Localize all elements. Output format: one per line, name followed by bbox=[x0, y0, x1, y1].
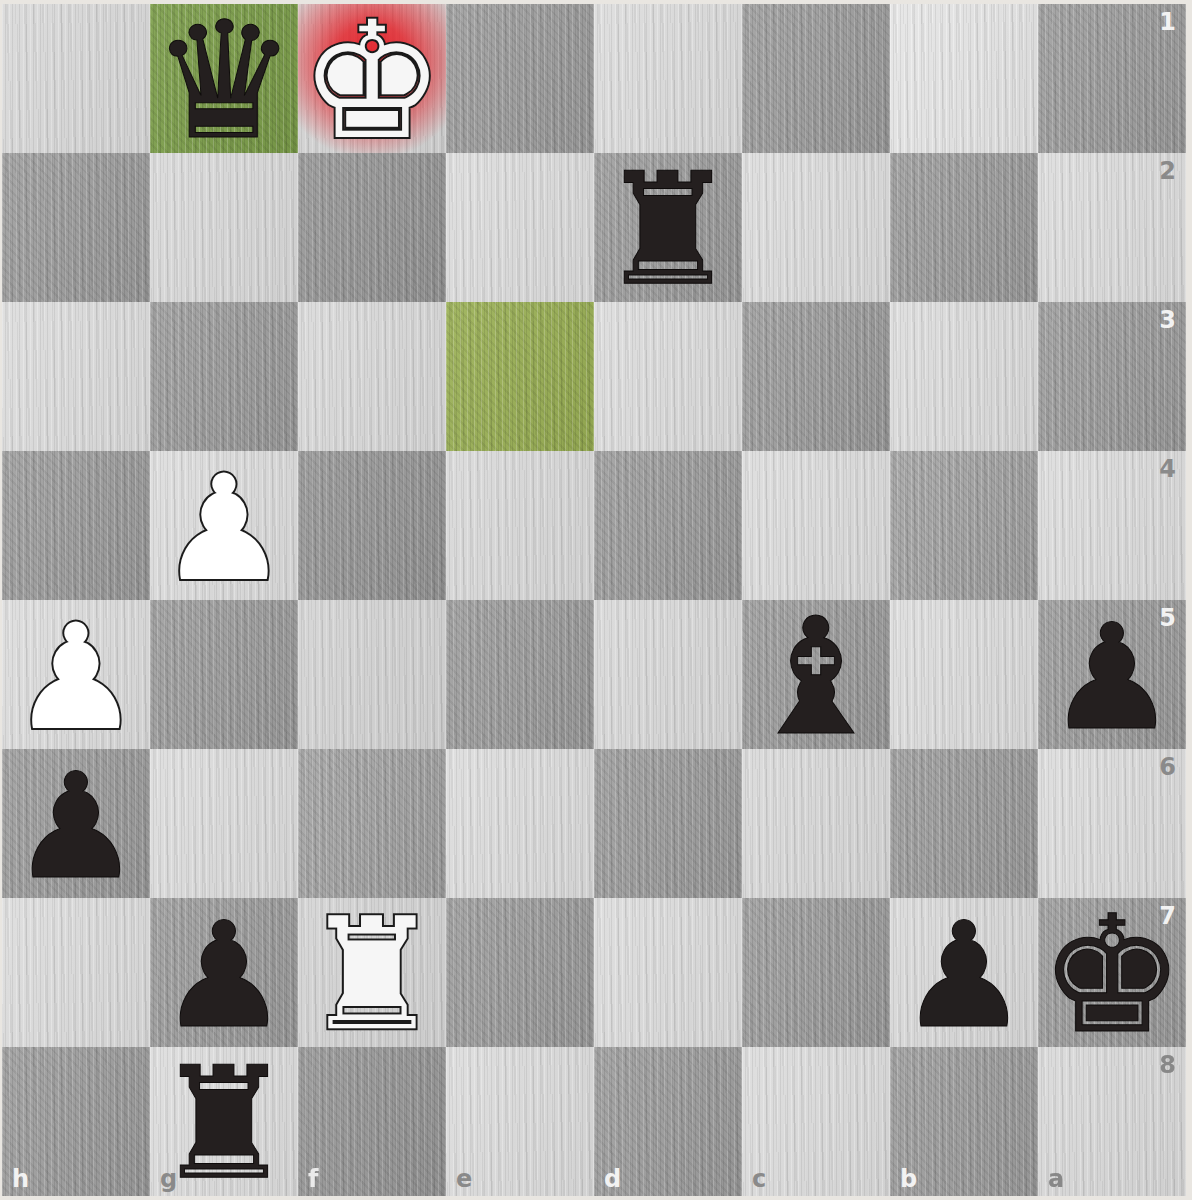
square-a2[interactable]: 2 bbox=[1038, 153, 1186, 302]
square-g6[interactable] bbox=[150, 749, 298, 898]
rank-label-3: 3 bbox=[1159, 308, 1176, 332]
square-b6[interactable] bbox=[890, 749, 1038, 898]
file-label-f: f bbox=[308, 1167, 318, 1191]
square-b5[interactable] bbox=[890, 600, 1038, 749]
square-a4[interactable]: 4 bbox=[1038, 451, 1186, 600]
square-e6[interactable] bbox=[446, 749, 594, 898]
square-e8[interactable]: e bbox=[446, 1047, 594, 1196]
square-h2[interactable] bbox=[2, 153, 150, 302]
square-a1[interactable]: 1 bbox=[1038, 4, 1186, 153]
square-d6[interactable] bbox=[594, 749, 742, 898]
square-g4[interactable]: ♟ bbox=[150, 451, 298, 600]
file-label-d: d bbox=[604, 1167, 621, 1191]
piece-white-pawn-icon[interactable]: ♟ bbox=[2, 602, 150, 749]
square-f5[interactable] bbox=[298, 600, 446, 749]
square-c3[interactable] bbox=[742, 302, 890, 451]
board-frame: ♛♚1♜23♟4♟♝5♟♟6♟♜♟7♚hg♜fedcb8a bbox=[0, 0, 1192, 1200]
square-f6[interactable] bbox=[298, 749, 446, 898]
square-h5[interactable]: ♟ bbox=[2, 600, 150, 749]
square-b8[interactable]: b bbox=[890, 1047, 1038, 1196]
square-a8[interactable]: 8a bbox=[1038, 1047, 1186, 1196]
square-c8[interactable]: c bbox=[742, 1047, 890, 1196]
file-label-e: e bbox=[456, 1167, 472, 1191]
square-d8[interactable]: d bbox=[594, 1047, 742, 1196]
rank-label-7: 7 bbox=[1159, 904, 1176, 928]
square-g5[interactable] bbox=[150, 600, 298, 749]
file-label-b: b bbox=[900, 1167, 917, 1191]
file-label-c: c bbox=[752, 1167, 766, 1191]
square-d7[interactable] bbox=[594, 898, 742, 1047]
rank-label-4: 4 bbox=[1159, 457, 1176, 481]
square-d1[interactable] bbox=[594, 4, 742, 153]
rank-label-6: 6 bbox=[1159, 755, 1176, 779]
square-d4[interactable] bbox=[594, 451, 742, 600]
piece-black-bishop-icon[interactable]: ♝ bbox=[742, 602, 890, 749]
piece-black-pawn-icon[interactable]: ♟ bbox=[150, 900, 298, 1047]
square-h3[interactable] bbox=[2, 302, 150, 451]
rank-label-5: 5 bbox=[1159, 606, 1176, 630]
square-d2[interactable]: ♜ bbox=[594, 153, 742, 302]
square-f1[interactable]: ♚ bbox=[298, 4, 446, 153]
square-e4[interactable] bbox=[446, 451, 594, 600]
square-e1[interactable] bbox=[446, 4, 594, 153]
square-c4[interactable] bbox=[742, 451, 890, 600]
square-e5[interactable] bbox=[446, 600, 594, 749]
square-e7[interactable] bbox=[446, 898, 594, 1047]
square-a7[interactable]: 7♚ bbox=[1038, 898, 1186, 1047]
rank-label-8: 8 bbox=[1159, 1053, 1176, 1077]
square-f2[interactable] bbox=[298, 153, 446, 302]
square-h1[interactable] bbox=[2, 4, 150, 153]
square-a6[interactable]: 6 bbox=[1038, 749, 1186, 898]
square-c1[interactable] bbox=[742, 4, 890, 153]
chess-board: ♛♚1♜23♟4♟♝5♟♟6♟♜♟7♚hg♜fedcb8a bbox=[2, 4, 1186, 1196]
square-d5[interactable] bbox=[594, 600, 742, 749]
rank-label-2: 2 bbox=[1159, 159, 1176, 183]
square-g7[interactable]: ♟ bbox=[150, 898, 298, 1047]
piece-black-queen-icon[interactable]: ♛ bbox=[150, 6, 298, 153]
square-b3[interactable] bbox=[890, 302, 1038, 451]
file-label-g: g bbox=[160, 1167, 177, 1191]
file-label-h: h bbox=[12, 1167, 29, 1191]
square-h7[interactable] bbox=[2, 898, 150, 1047]
square-h6[interactable]: ♟ bbox=[2, 749, 150, 898]
piece-white-king-icon[interactable]: ♚ bbox=[298, 6, 446, 153]
square-g1[interactable]: ♛ bbox=[150, 4, 298, 153]
square-c5[interactable]: ♝ bbox=[742, 600, 890, 749]
square-e3[interactable] bbox=[446, 302, 594, 451]
square-f3[interactable] bbox=[298, 302, 446, 451]
piece-black-rook-icon[interactable]: ♜ bbox=[594, 155, 742, 302]
file-label-a: a bbox=[1048, 1167, 1064, 1191]
square-c7[interactable] bbox=[742, 898, 890, 1047]
square-b1[interactable] bbox=[890, 4, 1038, 153]
square-c2[interactable] bbox=[742, 153, 890, 302]
square-c6[interactable] bbox=[742, 749, 890, 898]
square-f7[interactable]: ♜ bbox=[298, 898, 446, 1047]
square-a5[interactable]: 5♟ bbox=[1038, 600, 1186, 749]
square-b2[interactable] bbox=[890, 153, 1038, 302]
square-f4[interactable] bbox=[298, 451, 446, 600]
square-b7[interactable]: ♟ bbox=[890, 898, 1038, 1047]
square-a3[interactable]: 3 bbox=[1038, 302, 1186, 451]
square-d3[interactable] bbox=[594, 302, 742, 451]
rank-label-1: 1 bbox=[1159, 10, 1176, 34]
piece-black-pawn-icon[interactable]: ♟ bbox=[2, 751, 150, 898]
square-g2[interactable] bbox=[150, 153, 298, 302]
piece-white-rook-icon[interactable]: ♜ bbox=[298, 900, 446, 1047]
square-f8[interactable]: f bbox=[298, 1047, 446, 1196]
square-h8[interactable]: h bbox=[2, 1047, 150, 1196]
square-h4[interactable] bbox=[2, 451, 150, 600]
piece-white-pawn-icon[interactable]: ♟ bbox=[150, 453, 298, 600]
square-b4[interactable] bbox=[890, 451, 1038, 600]
square-g8[interactable]: g♜ bbox=[150, 1047, 298, 1196]
square-e2[interactable] bbox=[446, 153, 594, 302]
piece-black-pawn-icon[interactable]: ♟ bbox=[890, 900, 1038, 1047]
square-g3[interactable] bbox=[150, 302, 298, 451]
